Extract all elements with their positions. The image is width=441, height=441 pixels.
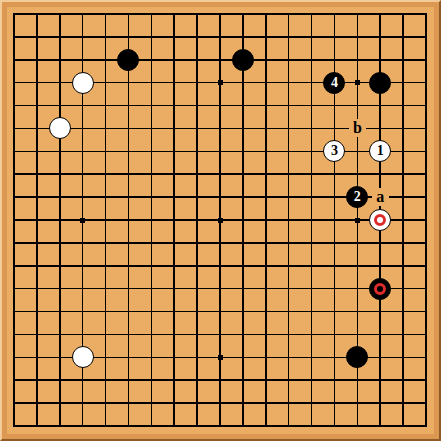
star-point [218,218,223,223]
go-board: ab4231 [7,7,434,434]
black-stone-circled [369,278,391,300]
grid-line-vertical [288,13,290,427]
white-stone-circled [369,209,391,231]
black-stone [369,72,391,94]
grid-line-vertical [265,13,267,427]
grid-line-vertical [242,13,244,427]
grid-line-horizontal [13,288,427,290]
go-board-frame: ab4231 [0,0,441,441]
white-stone [72,72,94,94]
star-point [80,218,85,223]
grid-line-horizontal [13,402,427,404]
grid-line-horizontal [13,242,427,244]
point-label-a: a [372,188,389,206]
white-stone-move-1: 1 [369,140,391,162]
white-stone [72,346,94,368]
black-stone [117,49,139,71]
star-point [355,80,360,85]
black-stone-move-2: 2 [346,186,368,208]
star-point [355,218,360,223]
grid-line-horizontal [13,425,427,427]
grid-line-vertical [402,13,404,427]
white-stone [49,117,71,139]
grid-line-horizontal [13,334,427,336]
move-number: 2 [354,190,361,204]
black-stone [232,49,254,71]
grid-line-horizontal [13,265,427,267]
grid-line-vertical [425,13,427,427]
star-point [218,80,223,85]
grid-line-horizontal [13,379,427,381]
point-label-b: b [349,119,366,137]
star-point [218,355,223,360]
move-number: 4 [331,75,338,89]
grid-line-vertical [311,13,313,427]
white-stone-move-3: 3 [323,140,345,162]
grid-line-horizontal [13,311,427,313]
red-circle-mark [374,214,386,226]
move-number: 3 [331,144,338,158]
red-circle-mark [374,283,386,295]
move-number: 1 [377,144,384,158]
black-stone [346,346,368,368]
black-stone-move-4: 4 [323,72,345,94]
